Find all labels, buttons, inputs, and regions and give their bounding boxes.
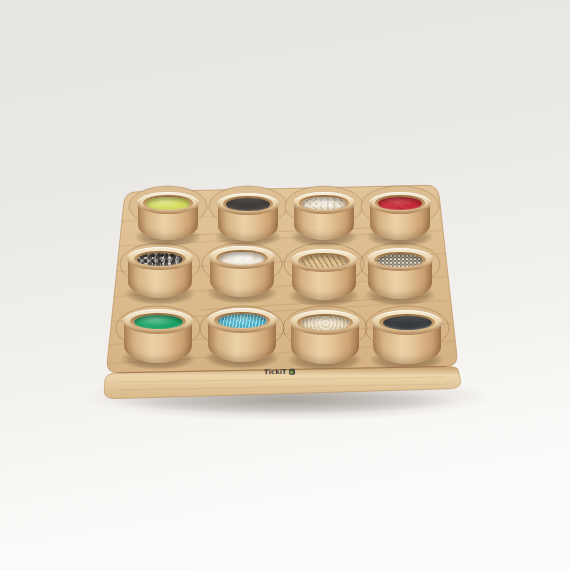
pot-material bbox=[134, 315, 183, 329]
pot-material bbox=[226, 198, 269, 210]
pot-material bbox=[301, 316, 350, 330]
pot-r3c3-natural-rope[interactable] bbox=[290, 310, 360, 364]
pot-r3c1-green-smooth[interactable] bbox=[123, 309, 193, 363]
brand-logo-mark-icon bbox=[289, 369, 295, 375]
pot-material bbox=[146, 197, 189, 209]
product-photo-scene: TickiT bbox=[0, 0, 570, 570]
pot-material bbox=[137, 253, 183, 266]
pot-material bbox=[383, 316, 432, 330]
pot-material bbox=[378, 197, 421, 209]
pot-r2c4-metal-beads[interactable] bbox=[367, 248, 433, 299]
pot-material bbox=[218, 314, 267, 328]
pot-r1c3-white-plaster[interactable] bbox=[293, 192, 355, 240]
pot-r1c2-black-disc[interactable] bbox=[217, 193, 279, 241]
brand-label: TickiT bbox=[264, 369, 287, 376]
pot-r2c1-grey-gravel[interactable] bbox=[127, 247, 193, 298]
pot-r3c4-charcoal-disc[interactable] bbox=[372, 310, 442, 364]
pot-r1c1-yellow-fabric[interactable] bbox=[137, 192, 199, 240]
sensory-board-tray bbox=[0, 0, 570, 570]
pot-material bbox=[377, 254, 423, 267]
brand-logo: TickiT bbox=[264, 369, 295, 376]
pot-material bbox=[301, 255, 347, 268]
pot-r3c2-turquoise-yarn[interactable] bbox=[207, 308, 277, 362]
pot-r2c3-wood-grain[interactable] bbox=[291, 249, 357, 300]
pot-material bbox=[219, 252, 265, 265]
pot-r1c4-red-felt[interactable] bbox=[369, 192, 431, 240]
pot-material bbox=[302, 197, 345, 209]
pot-r2c2-white-fleece[interactable] bbox=[209, 246, 275, 297]
